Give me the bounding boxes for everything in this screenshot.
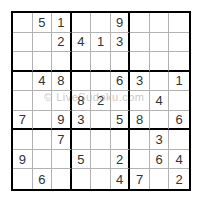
sudoku-cell-r3c9[interactable] <box>169 52 189 72</box>
sudoku-cell-r1c8[interactable] <box>150 13 170 33</box>
sudoku-cell-r8c7[interactable] <box>130 150 150 170</box>
sudoku-cell-r2c2[interactable] <box>33 33 53 53</box>
sudoku-cell-r6c5[interactable] <box>91 111 111 131</box>
sudoku-cell-r8c3[interactable] <box>52 150 72 170</box>
sudoku-cell-r4c2[interactable]: 4 <box>33 72 53 92</box>
sudoku-cell-r1c2[interactable]: 5 <box>33 13 53 33</box>
sudoku-cell-r7c7[interactable] <box>130 130 150 150</box>
sudoku-cell-r6c6[interactable]: 5 <box>111 111 131 131</box>
sudoku-cell-r1c5[interactable] <box>91 13 111 33</box>
sudoku-cell-r6c8[interactable] <box>150 111 170 131</box>
sudoku-cell-r7c6[interactable] <box>111 130 131 150</box>
sudoku-board: 51924134863182479358673952646472 <box>11 11 191 191</box>
sudoku-cell-r4c8[interactable] <box>150 72 170 92</box>
sudoku-cell-r5c4[interactable]: 8 <box>72 91 92 111</box>
sudoku-cell-r8c9[interactable]: 4 <box>169 150 189 170</box>
sudoku-cell-r4c3[interactable]: 8 <box>52 72 72 92</box>
sudoku-cell-r7c3[interactable]: 7 <box>52 130 72 150</box>
sudoku-cell-r1c1[interactable] <box>13 13 33 33</box>
sudoku-cell-r7c1[interactable] <box>13 130 33 150</box>
sudoku-cell-r4c5[interactable] <box>91 72 111 92</box>
sudoku-cell-r8c8[interactable]: 6 <box>150 150 170 170</box>
sudoku-cell-r8c4[interactable]: 5 <box>72 150 92 170</box>
sudoku-cell-r7c4[interactable] <box>72 130 92 150</box>
sudoku-cell-r3c5[interactable] <box>91 52 111 72</box>
sudoku-cell-r1c4[interactable] <box>72 13 92 33</box>
sudoku-cell-r5c1[interactable] <box>13 91 33 111</box>
sudoku-cell-r5c5[interactable]: 2 <box>91 91 111 111</box>
sudoku-cell-r6c9[interactable]: 6 <box>169 111 189 131</box>
sudoku-cell-r7c5[interactable] <box>91 130 111 150</box>
sudoku-cell-r9c1[interactable] <box>13 169 33 189</box>
sudoku-cell-r6c3[interactable]: 9 <box>52 111 72 131</box>
sudoku-cell-r5c9[interactable] <box>169 91 189 111</box>
sudoku-cell-r3c8[interactable] <box>150 52 170 72</box>
sudoku-cell-r3c3[interactable] <box>52 52 72 72</box>
sudoku-cell-r5c6[interactable] <box>111 91 131 111</box>
sudoku-cell-r7c8[interactable]: 3 <box>150 130 170 150</box>
sudoku-cell-r5c7[interactable] <box>130 91 150 111</box>
sudoku-cell-r9c3[interactable] <box>52 169 72 189</box>
sudoku-cell-r3c7[interactable] <box>130 52 150 72</box>
sudoku-cell-r2c9[interactable] <box>169 33 189 53</box>
sudoku-cell-r4c9[interactable]: 1 <box>169 72 189 92</box>
sudoku-page: © LiveSudoku.com 51924134863182479358673… <box>0 0 200 200</box>
sudoku-cell-r2c3[interactable]: 2 <box>52 33 72 53</box>
sudoku-cell-r9c6[interactable]: 4 <box>111 169 131 189</box>
sudoku-cell-r6c1[interactable]: 7 <box>13 111 33 131</box>
sudoku-cell-r4c1[interactable] <box>13 72 33 92</box>
sudoku-cell-r9c5[interactable] <box>91 169 111 189</box>
sudoku-cell-r9c8[interactable] <box>150 169 170 189</box>
sudoku-cell-r2c7[interactable] <box>130 33 150 53</box>
sudoku-cell-r6c2[interactable] <box>33 111 53 131</box>
sudoku-cell-r6c7[interactable]: 8 <box>130 111 150 131</box>
sudoku-cell-r7c2[interactable] <box>33 130 53 150</box>
sudoku-cell-r2c4[interactable]: 4 <box>72 33 92 53</box>
sudoku-cell-r4c4[interactable] <box>72 72 92 92</box>
sudoku-cell-r1c7[interactable] <box>130 13 150 33</box>
sudoku-cell-r1c3[interactable]: 1 <box>52 13 72 33</box>
sudoku-cell-r7c9[interactable] <box>169 130 189 150</box>
sudoku-cell-r3c6[interactable] <box>111 52 131 72</box>
sudoku-cell-r2c8[interactable] <box>150 33 170 53</box>
sudoku-cell-r9c2[interactable]: 6 <box>33 169 53 189</box>
sudoku-cell-r1c9[interactable] <box>169 13 189 33</box>
sudoku-cell-r3c1[interactable] <box>13 52 33 72</box>
sudoku-cell-r9c4[interactable] <box>72 169 92 189</box>
sudoku-cell-r4c6[interactable]: 6 <box>111 72 131 92</box>
sudoku-cell-r5c8[interactable]: 4 <box>150 91 170 111</box>
sudoku-cell-r6c4[interactable]: 3 <box>72 111 92 131</box>
sudoku-cell-r3c4[interactable] <box>72 52 92 72</box>
sudoku-cell-r8c1[interactable]: 9 <box>13 150 33 170</box>
sudoku-cell-r8c2[interactable] <box>33 150 53 170</box>
sudoku-cell-r9c7[interactable]: 7 <box>130 169 150 189</box>
sudoku-cell-r1c6[interactable]: 9 <box>111 13 131 33</box>
sudoku-cell-r2c1[interactable] <box>13 33 33 53</box>
sudoku-cell-r2c5[interactable]: 1 <box>91 33 111 53</box>
sudoku-cell-r8c5[interactable] <box>91 150 111 170</box>
sudoku-cell-r2c6[interactable]: 3 <box>111 33 131 53</box>
sudoku-cell-r5c3[interactable] <box>52 91 72 111</box>
sudoku-cell-r8c6[interactable]: 2 <box>111 150 131 170</box>
sudoku-cell-r3c2[interactable] <box>33 52 53 72</box>
sudoku-cell-r9c9[interactable]: 2 <box>169 169 189 189</box>
sudoku-cell-r4c7[interactable]: 3 <box>130 72 150 92</box>
sudoku-cell-r5c2[interactable] <box>33 91 53 111</box>
